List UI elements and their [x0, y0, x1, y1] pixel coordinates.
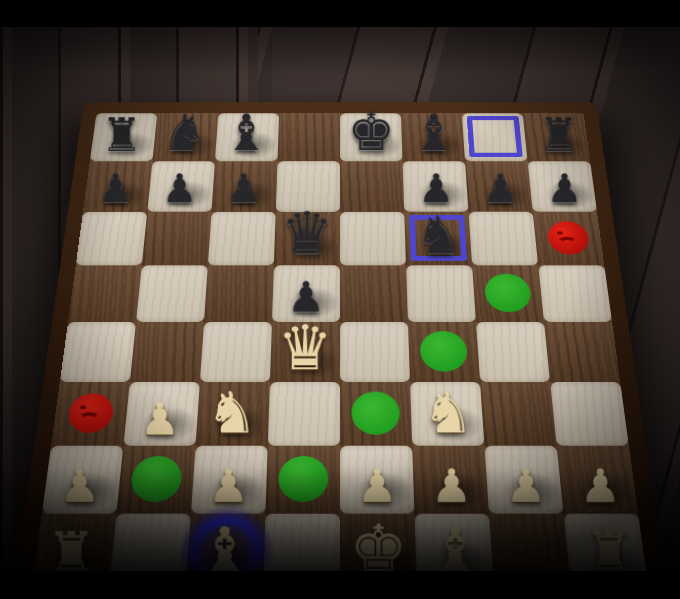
square-e8[interactable]: ♚ [340, 113, 403, 161]
square-g7[interactable]: ♟ [465, 161, 533, 212]
piece-black-pawn-b7[interactable]: ♟ [162, 169, 198, 209]
legal-move-dot-b2[interactable] [129, 456, 183, 502]
piece-white-pawn-b3[interactable]: ♟ [140, 397, 180, 442]
square-f8[interactable]: ♝ [401, 113, 465, 161]
square-d3[interactable] [268, 382, 340, 446]
square-c6[interactable] [208, 212, 276, 266]
piece-black-pawn-a7[interactable]: ♟ [98, 169, 134, 209]
piece-black-pawn-f7[interactable]: ♟ [418, 169, 454, 209]
square-h7[interactable]: ♟ [528, 161, 597, 212]
square-a7[interactable]: ♟ [83, 161, 152, 212]
piece-white-pawn-f2[interactable]: ♟ [431, 464, 472, 510]
square-h5[interactable] [538, 265, 612, 322]
piece-white-pawn-g2[interactable]: ♟ [505, 464, 546, 510]
legal-move-dot-d2[interactable] [278, 456, 329, 502]
square-g3[interactable] [480, 382, 557, 446]
piece-white-knight-c3[interactable]: ♞ [206, 385, 257, 442]
square-f6[interactable]: ♞ [404, 212, 472, 266]
piece-black-queen-d6[interactable]: ♛ [281, 204, 333, 262]
square-d8[interactable] [277, 113, 340, 161]
square-h8[interactable]: ♜ [523, 113, 590, 161]
square-g2[interactable]: ♟ [484, 446, 563, 514]
piece-white-pawn-a2[interactable]: ♟ [59, 464, 100, 510]
board: ♜♞♝♚♝♜♟♟♟♟♟♟♛♞♟♛♟♞♞♟♟♟♟♟♟♜♝♚♝♜ [32, 113, 648, 586]
square-c4[interactable] [200, 322, 272, 382]
square-c2[interactable]: ♟ [191, 446, 268, 514]
square-e2[interactable]: ♟ [340, 446, 415, 514]
piece-white-knight-f3[interactable]: ♞ [422, 385, 473, 442]
square-h6[interactable] [533, 212, 605, 266]
square-e4[interactable] [340, 322, 410, 382]
square-a8[interactable]: ♜ [90, 113, 157, 161]
piece-white-pawn-e2[interactable]: ♟ [357, 464, 398, 510]
square-h2[interactable]: ♟ [557, 446, 638, 514]
square-e6[interactable] [340, 212, 406, 266]
square-g6[interactable] [468, 212, 538, 266]
square-b8[interactable]: ♞ [152, 113, 218, 161]
square-h3[interactable] [550, 382, 629, 446]
legal-move-dot-g5[interactable] [483, 274, 532, 313]
square-f4[interactable] [408, 322, 480, 382]
letterbox-bar-bottom [0, 571, 680, 599]
piece-black-rook-h8[interactable]: ♜ [538, 112, 579, 158]
bad-move-face-icon-a3[interactable] [66, 393, 115, 433]
square-a5[interactable] [68, 265, 142, 322]
piece-black-king-e8[interactable]: ♚ [347, 105, 395, 158]
square-h4[interactable] [544, 322, 620, 382]
piece-black-knight-b8[interactable]: ♞ [162, 109, 206, 159]
square-a3[interactable] [51, 382, 130, 446]
last-move-highlight-g8 [466, 116, 523, 157]
piece-black-pawn-c7[interactable]: ♟ [226, 169, 262, 209]
legal-move-dot-e3[interactable] [351, 391, 400, 434]
piece-black-bishop-f8[interactable]: ♝ [411, 108, 456, 158]
bad-move-face-icon-h6[interactable] [546, 221, 590, 254]
piece-black-pawn-g7[interactable]: ♟ [483, 169, 519, 209]
square-b2[interactable] [116, 446, 195, 514]
piece-white-pawn-h2[interactable]: ♟ [580, 464, 621, 510]
board-3d-wrapper: ♜♞♝♚♝♜♟♟♟♟♟♟♛♞♟♛♟♞♞♟♟♟♟♟♟♜♝♚♝♜ [11, 102, 668, 599]
square-c5[interactable] [204, 265, 274, 322]
square-b6[interactable] [142, 212, 212, 266]
square-c3[interactable]: ♞ [196, 382, 270, 446]
square-g4[interactable] [476, 322, 550, 382]
square-f2[interactable]: ♟ [412, 446, 489, 514]
board-frame: ♜♞♝♚♝♜♟♟♟♟♟♟♛♞♟♛♟♞♞♟♟♟♟♟♟♜♝♚♝♜ [11, 102, 668, 599]
square-e3[interactable] [340, 382, 412, 446]
square-c8[interactable]: ♝ [215, 113, 279, 161]
chess-app-screen: ♜♞♝♚♝♜♟♟♟♟♟♟♛♞♟♛♟♞♞♟♟♟♟♟♟♜♝♚♝♜ [0, 0, 680, 599]
square-e7[interactable] [340, 161, 404, 212]
square-b5[interactable] [136, 265, 208, 322]
piece-white-pawn-c2[interactable]: ♟ [208, 464, 249, 510]
square-e5[interactable] [340, 265, 408, 322]
square-d4[interactable]: ♛ [270, 322, 340, 382]
square-b3[interactable]: ♟ [123, 382, 200, 446]
piece-white-queen-d4[interactable]: ♛ [277, 317, 332, 379]
square-g8[interactable] [462, 113, 528, 161]
square-a2[interactable]: ♟ [42, 446, 123, 514]
square-a4[interactable] [60, 322, 136, 382]
square-d2[interactable] [265, 446, 340, 514]
square-d6[interactable]: ♛ [274, 212, 340, 266]
legal-move-dot-f4[interactable] [419, 331, 468, 372]
square-b7[interactable]: ♟ [147, 161, 215, 212]
square-f3[interactable]: ♞ [410, 382, 484, 446]
piece-black-knight-f6[interactable]: ♞ [415, 210, 462, 262]
piece-black-pawn-h7[interactable]: ♟ [547, 169, 583, 209]
square-a6[interactable] [76, 212, 148, 266]
square-g5[interactable] [472, 265, 544, 322]
square-c7[interactable]: ♟ [212, 161, 278, 212]
square-b4[interactable] [130, 322, 204, 382]
piece-black-bishop-c8[interactable]: ♝ [224, 108, 269, 158]
letterbox-bar-top [0, 0, 680, 27]
square-f5[interactable] [406, 265, 476, 322]
piece-black-rook-a8[interactable]: ♜ [101, 112, 142, 158]
